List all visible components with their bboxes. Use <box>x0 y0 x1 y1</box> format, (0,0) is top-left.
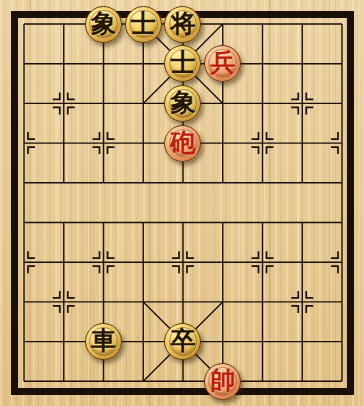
board-point-f5r6[interactable] <box>163 203 203 243</box>
board-point-f7r5[interactable] <box>243 163 283 203</box>
board-point-f5r2[interactable]: 士 <box>163 44 203 84</box>
board-point-f4r7[interactable] <box>123 242 163 282</box>
board-point-f8r7[interactable] <box>282 242 322 282</box>
board-point-f2r4[interactable] <box>44 123 84 163</box>
board-point-f9r7[interactable] <box>322 242 362 282</box>
board-point-f6r6[interactable] <box>203 203 243 243</box>
board-point-f4r4[interactable] <box>123 123 163 163</box>
piece-glyph: 象 <box>91 11 116 36</box>
piece-glyph: 兵 <box>210 50 235 75</box>
board-point-f6r8[interactable] <box>203 282 243 322</box>
piece-glyph: 象 <box>170 90 195 115</box>
board-point-f3r4[interactable] <box>84 123 124 163</box>
board-point-f3r3[interactable] <box>84 84 124 124</box>
board-point-f3r9[interactable]: 車 <box>84 322 124 362</box>
board-point-f2r7[interactable] <box>44 242 84 282</box>
board-point-f8r1[interactable] <box>282 4 322 44</box>
piece-red-general[interactable]: 帥 <box>204 363 241 400</box>
board-point-f1r1[interactable] <box>4 4 44 44</box>
board-point-f4r1[interactable]: 士 <box>123 4 163 44</box>
board-point-f7r6[interactable] <box>243 203 283 243</box>
board-point-f3r2[interactable] <box>84 44 124 84</box>
piece-glyph: 士 <box>170 50 195 75</box>
board-point-f6r5[interactable] <box>203 163 243 203</box>
board-point-f5r1[interactable]: 将 <box>163 4 203 44</box>
board-point-f9r4[interactable] <box>322 123 362 163</box>
piece-glyph: 砲 <box>170 130 195 155</box>
board-point-f9r6[interactable] <box>322 203 362 243</box>
xiangqi-board: 象士将士兵象砲車卒帥 <box>0 0 364 406</box>
piece-glyph: 帥 <box>210 368 235 393</box>
board-point-f6r10[interactable]: 帥 <box>203 361 243 401</box>
board-point-f1r8[interactable] <box>4 282 44 322</box>
piece-black-advisor-back[interactable]: 士 <box>125 6 162 43</box>
board-point-f3r6[interactable] <box>84 203 124 243</box>
board-point-f7r4[interactable] <box>243 123 283 163</box>
board-point-f4r10[interactable] <box>123 361 163 401</box>
board-point-f9r8[interactable] <box>322 282 362 322</box>
board-point-f8r3[interactable] <box>282 84 322 124</box>
piece-red-soldier[interactable]: 兵 <box>204 45 241 82</box>
board-point-f7r9[interactable] <box>243 322 283 362</box>
board-point-f3r10[interactable] <box>84 361 124 401</box>
piece-black-general[interactable]: 将 <box>164 6 201 43</box>
piece-black-advisor-center[interactable]: 士 <box>164 45 201 82</box>
board-point-f1r10[interactable] <box>4 361 44 401</box>
board-point-f9r3[interactable] <box>322 84 362 124</box>
board-point-f7r10[interactable] <box>243 361 283 401</box>
board-point-f4r3[interactable] <box>123 84 163 124</box>
board-point-f6r3[interactable] <box>203 84 243 124</box>
board-point-f1r5[interactable] <box>4 163 44 203</box>
board-point-f8r10[interactable] <box>282 361 322 401</box>
board-point-f2r9[interactable] <box>44 322 84 362</box>
board-point-f1r6[interactable] <box>4 203 44 243</box>
board-point-f5r10[interactable] <box>163 361 203 401</box>
board-point-f7r1[interactable] <box>243 4 283 44</box>
board-point-f5r8[interactable] <box>163 282 203 322</box>
board-point-f1r9[interactable] <box>4 322 44 362</box>
board-point-f7r3[interactable] <box>243 84 283 124</box>
piece-black-elephant-left[interactable]: 象 <box>85 6 122 43</box>
board-point-f9r9[interactable] <box>322 322 362 362</box>
board-point-f3r1[interactable]: 象 <box>84 4 124 44</box>
piece-black-chariot[interactable]: 車 <box>85 323 122 360</box>
piece-black-elephant-center[interactable]: 象 <box>164 85 201 122</box>
board-point-f3r8[interactable] <box>84 282 124 322</box>
board-point-f4r9[interactable] <box>123 322 163 362</box>
board-point-f8r9[interactable] <box>282 322 322 362</box>
board-point-f8r4[interactable] <box>282 123 322 163</box>
board-point-f6r7[interactable] <box>203 242 243 282</box>
board-point-f9r2[interactable] <box>322 44 362 84</box>
piece-glyph: 士 <box>131 11 156 36</box>
board-point-f5r4[interactable]: 砲 <box>163 123 203 163</box>
board-point-f5r3[interactable]: 象 <box>163 84 203 124</box>
piece-black-soldier[interactable]: 卒 <box>164 323 201 360</box>
board-point-f9r1[interactable] <box>322 4 362 44</box>
board-point-f9r5[interactable] <box>322 163 362 203</box>
board-point-f2r10[interactable] <box>44 361 84 401</box>
board-point-f4r5[interactable] <box>123 163 163 203</box>
board-point-f2r2[interactable] <box>44 44 84 84</box>
board-point-f3r5[interactable] <box>84 163 124 203</box>
board-point-f6r2[interactable]: 兵 <box>203 44 243 84</box>
piece-red-cannon[interactable]: 砲 <box>164 125 201 162</box>
board-point-f4r8[interactable] <box>123 282 163 322</box>
board-point-f5r9[interactable]: 卒 <box>163 322 203 362</box>
board-point-f6r1[interactable] <box>203 4 243 44</box>
board-point-f1r2[interactable] <box>4 44 44 84</box>
board-point-f8r8[interactable] <box>282 282 322 322</box>
board-point-f6r4[interactable] <box>203 123 243 163</box>
board-point-f4r2[interactable] <box>123 44 163 84</box>
board-point-f1r7[interactable] <box>4 242 44 282</box>
board-point-f2r5[interactable] <box>44 163 84 203</box>
piece-glyph: 将 <box>170 11 195 36</box>
board-point-f5r7[interactable] <box>163 242 203 282</box>
board-point-f7r2[interactable] <box>243 44 283 84</box>
piece-glyph: 卒 <box>170 328 195 353</box>
board-point-f2r3[interactable] <box>44 84 84 124</box>
board-point-f2r1[interactable] <box>44 4 84 44</box>
board-point-f2r8[interactable] <box>44 282 84 322</box>
board-point-f6r9[interactable] <box>203 322 243 362</box>
board-point-f5r5[interactable] <box>163 163 203 203</box>
board-point-f9r10[interactable] <box>322 361 362 401</box>
piece-grid: 象士将士兵象砲車卒帥 <box>4 4 362 401</box>
board-point-f8r2[interactable] <box>282 44 322 84</box>
board-point-f1r4[interactable] <box>4 123 44 163</box>
board-point-f2r6[interactable] <box>44 203 84 243</box>
board-point-f8r6[interactable] <box>282 203 322 243</box>
board-point-f8r5[interactable] <box>282 163 322 203</box>
board-point-f7r7[interactable] <box>243 242 283 282</box>
piece-glyph: 車 <box>91 328 116 353</box>
board-point-f1r3[interactable] <box>4 84 44 124</box>
board-point-f4r6[interactable] <box>123 203 163 243</box>
board-point-f3r7[interactable] <box>84 242 124 282</box>
board-point-f7r8[interactable] <box>243 282 283 322</box>
